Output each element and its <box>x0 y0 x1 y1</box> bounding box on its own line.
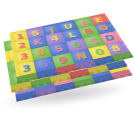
product-photo: 647 1SJUAE2K4LBO38S6CD359N08 <box>0 0 135 135</box>
top-mat-surface: 1SJUAE2K4LBO38S6CD359N08 <box>9 13 133 84</box>
top-mat: 1SJUAE2K4LBO38S6CD359N08 <box>3 0 131 96</box>
